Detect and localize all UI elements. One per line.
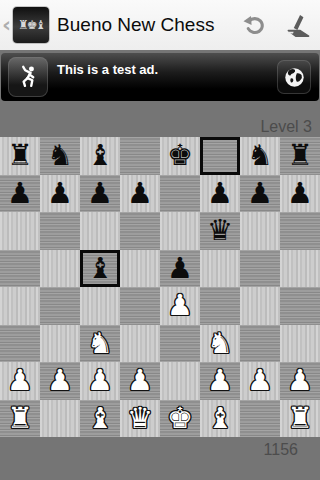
square-b7[interactable]: ♟ bbox=[40, 175, 80, 213]
white-king: ♚ bbox=[167, 404, 193, 433]
white-rook: ♜ bbox=[287, 404, 313, 433]
square-g4[interactable] bbox=[240, 287, 280, 325]
square-e8[interactable]: ♚ bbox=[160, 137, 200, 175]
square-d4[interactable] bbox=[120, 287, 160, 325]
square-h8[interactable]: ♜ bbox=[280, 137, 320, 175]
square-f3[interactable]: ♞ bbox=[200, 325, 240, 363]
ad-app-button[interactable] bbox=[8, 57, 48, 97]
square-h4[interactable] bbox=[280, 287, 320, 325]
score-value: 1156 bbox=[264, 441, 298, 458]
square-h7[interactable]: ♟ bbox=[280, 175, 320, 213]
black-pawn: ♟ bbox=[287, 179, 313, 208]
undo-button[interactable] bbox=[232, 0, 276, 50]
square-g1[interactable] bbox=[240, 400, 280, 438]
square-e5[interactable]: ♟ bbox=[160, 250, 200, 288]
square-g2[interactable]: ♟ bbox=[240, 362, 280, 400]
black-pawn: ♟ bbox=[167, 254, 193, 283]
white-pawn: ♟ bbox=[7, 366, 33, 395]
app-icon-chess-art: ♜♚♝ bbox=[18, 18, 44, 32]
square-d5[interactable] bbox=[120, 250, 160, 288]
ad-action-button[interactable] bbox=[277, 60, 311, 94]
square-e3[interactable] bbox=[160, 325, 200, 363]
white-rook: ♜ bbox=[7, 404, 33, 433]
square-b5[interactable] bbox=[40, 250, 80, 288]
square-g8[interactable]: ♞ bbox=[240, 137, 280, 175]
runner-icon bbox=[15, 64, 41, 90]
square-e7[interactable] bbox=[160, 175, 200, 213]
black-rook: ♜ bbox=[7, 141, 33, 170]
square-c5[interactable]: ♝ bbox=[80, 250, 120, 288]
square-a4[interactable] bbox=[0, 287, 40, 325]
level-label: Level 3 bbox=[260, 117, 312, 137]
level-row: Level 3 bbox=[0, 101, 320, 137]
square-b3[interactable] bbox=[40, 325, 80, 363]
chess-board: ♜♞♝♚♞♜♟♟♟♟♟♟♟♛♝♟♟♞♞♟♟♟♟♟♟♟♜♝♛♚♝♜ bbox=[0, 137, 320, 437]
white-bishop: ♝ bbox=[207, 404, 233, 433]
square-f7[interactable]: ♟ bbox=[200, 175, 240, 213]
black-pawn: ♟ bbox=[87, 179, 113, 208]
page-title: Bueno New Chess bbox=[57, 14, 214, 36]
black-pawn: ♟ bbox=[7, 179, 33, 208]
square-e1[interactable]: ♚ bbox=[160, 400, 200, 438]
ad-text: This is a test ad. bbox=[57, 62, 158, 77]
square-h6[interactable] bbox=[280, 212, 320, 250]
white-pawn: ♟ bbox=[127, 366, 153, 395]
square-f5[interactable] bbox=[200, 250, 240, 288]
square-g3[interactable] bbox=[240, 325, 280, 363]
square-e4[interactable]: ♟ bbox=[160, 287, 200, 325]
square-b6[interactable] bbox=[40, 212, 80, 250]
square-h3[interactable] bbox=[280, 325, 320, 363]
title-bar: ‹ ♜♚♝ Bueno New Chess bbox=[0, 0, 320, 50]
square-b4[interactable] bbox=[40, 287, 80, 325]
black-knight: ♞ bbox=[47, 141, 73, 170]
square-d6[interactable] bbox=[120, 212, 160, 250]
square-c8[interactable]: ♝ bbox=[80, 137, 120, 175]
square-f2[interactable]: ♟ bbox=[200, 362, 240, 400]
edit-move-button[interactable] bbox=[276, 0, 320, 50]
square-f4[interactable] bbox=[200, 287, 240, 325]
square-a5[interactable] bbox=[0, 250, 40, 288]
square-e6[interactable] bbox=[160, 212, 200, 250]
square-f6[interactable]: ♛ bbox=[200, 212, 240, 250]
black-bishop: ♝ bbox=[87, 254, 113, 283]
square-a8[interactable]: ♜ bbox=[0, 137, 40, 175]
square-h1[interactable]: ♜ bbox=[280, 400, 320, 438]
square-d8[interactable] bbox=[120, 137, 160, 175]
square-c6[interactable] bbox=[80, 212, 120, 250]
black-rook: ♜ bbox=[287, 141, 313, 170]
black-pawn: ♟ bbox=[47, 179, 73, 208]
back-chevron-icon[interactable]: ‹ bbox=[0, 0, 12, 50]
square-a1[interactable]: ♜ bbox=[0, 400, 40, 438]
white-knight: ♞ bbox=[87, 329, 113, 358]
square-h5[interactable] bbox=[280, 250, 320, 288]
white-bishop: ♝ bbox=[87, 404, 113, 433]
black-queen: ♛ bbox=[207, 216, 233, 245]
square-d7[interactable]: ♟ bbox=[120, 175, 160, 213]
black-pawn: ♟ bbox=[207, 179, 233, 208]
white-pawn: ♟ bbox=[247, 366, 273, 395]
square-a3[interactable] bbox=[0, 325, 40, 363]
black-pawn: ♟ bbox=[247, 179, 273, 208]
square-b8[interactable]: ♞ bbox=[40, 137, 80, 175]
black-king: ♚ bbox=[167, 141, 193, 170]
square-g7[interactable]: ♟ bbox=[240, 175, 280, 213]
white-pawn: ♟ bbox=[287, 366, 313, 395]
square-c4[interactable] bbox=[80, 287, 120, 325]
white-pawn: ♟ bbox=[47, 366, 73, 395]
ad-banner[interactable]: This is a test ad. bbox=[1, 53, 319, 101]
black-bishop: ♝ bbox=[87, 141, 113, 170]
score-row: 1156 bbox=[0, 437, 320, 459]
white-pawn: ♟ bbox=[207, 366, 233, 395]
pen-icon bbox=[285, 12, 312, 39]
square-d2[interactable]: ♟ bbox=[120, 362, 160, 400]
square-a2[interactable]: ♟ bbox=[0, 362, 40, 400]
square-a6[interactable] bbox=[0, 212, 40, 250]
square-g6[interactable] bbox=[240, 212, 280, 250]
square-a7[interactable]: ♟ bbox=[0, 175, 40, 213]
square-c1[interactable]: ♝ bbox=[80, 400, 120, 438]
square-b2[interactable]: ♟ bbox=[40, 362, 80, 400]
square-c7[interactable]: ♟ bbox=[80, 175, 120, 213]
black-knight: ♞ bbox=[247, 141, 273, 170]
square-d1[interactable]: ♛ bbox=[120, 400, 160, 438]
square-h2[interactable]: ♟ bbox=[280, 362, 320, 400]
white-knight: ♞ bbox=[207, 329, 233, 358]
square-c3[interactable]: ♞ bbox=[80, 325, 120, 363]
square-f8[interactable] bbox=[200, 137, 240, 175]
undo-icon bbox=[241, 12, 268, 39]
app-icon[interactable]: ♜♚♝ bbox=[13, 7, 49, 43]
white-queen: ♛ bbox=[127, 404, 153, 433]
square-c2[interactable]: ♟ bbox=[80, 362, 120, 400]
square-e2[interactable] bbox=[160, 362, 200, 400]
globe-icon bbox=[283, 66, 306, 89]
black-pawn: ♟ bbox=[127, 179, 153, 208]
square-d3[interactable] bbox=[120, 325, 160, 363]
square-b1[interactable] bbox=[40, 400, 80, 438]
white-pawn: ♟ bbox=[167, 291, 193, 320]
white-pawn: ♟ bbox=[87, 366, 113, 395]
square-f1[interactable]: ♝ bbox=[200, 400, 240, 438]
square-g5[interactable] bbox=[240, 250, 280, 288]
